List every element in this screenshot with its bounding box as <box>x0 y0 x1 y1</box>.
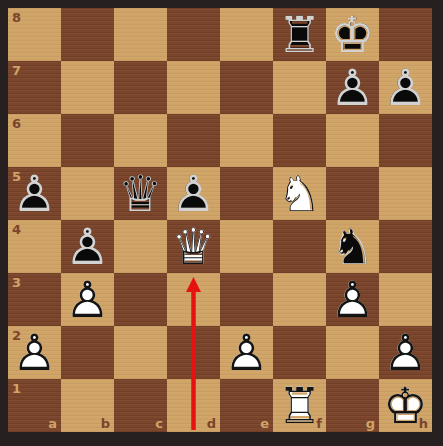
square-c7[interactable] <box>114 61 167 114</box>
rank-label-4: 4 <box>12 223 21 236</box>
square-c1[interactable]: c <box>114 379 167 432</box>
square-h3[interactable] <box>379 273 432 326</box>
square-c8[interactable] <box>114 8 167 61</box>
square-h8[interactable] <box>379 8 432 61</box>
piece-white-pawn[interactable]: ♟♙ <box>61 273 114 326</box>
square-b2[interactable] <box>61 326 114 379</box>
file-label-d: d <box>207 417 216 430</box>
square-f1[interactable]: f♜♖ <box>273 379 326 432</box>
square-g8[interactable]: ♚♔ <box>326 8 379 61</box>
square-e7[interactable] <box>220 61 273 114</box>
square-b3[interactable]: ♟♙ <box>61 273 114 326</box>
square-g1[interactable]: g <box>326 379 379 432</box>
rank-label-8: 8 <box>12 11 21 24</box>
square-a2[interactable]: 2♟♙ <box>8 326 61 379</box>
board-frame: 8♜♖♚♔7♟♙♟♙65♟♙♛♕♟♙♞♘4♟♙♛♕♞♘3♟♙♟♙2♟♙♟♙♟♙1… <box>0 0 443 446</box>
square-e3[interactable] <box>220 273 273 326</box>
file-label-g: g <box>366 417 375 430</box>
piece-white-pawn[interactable]: ♟♙ <box>8 326 61 379</box>
square-f4[interactable] <box>273 220 326 273</box>
square-g2[interactable] <box>326 326 379 379</box>
square-a3[interactable]: 3 <box>8 273 61 326</box>
square-d4[interactable]: ♛♕ <box>167 220 220 273</box>
square-c6[interactable] <box>114 114 167 167</box>
square-c4[interactable] <box>114 220 167 273</box>
file-label-b: b <box>101 417 110 430</box>
square-e2[interactable]: ♟♙ <box>220 326 273 379</box>
square-e6[interactable] <box>220 114 273 167</box>
piece-black-pawn[interactable]: ♟♙ <box>8 167 61 220</box>
square-g5[interactable] <box>326 167 379 220</box>
square-a1[interactable]: 1a <box>8 379 61 432</box>
square-f3[interactable] <box>273 273 326 326</box>
square-a8[interactable]: 8 <box>8 8 61 61</box>
square-f7[interactable] <box>273 61 326 114</box>
piece-black-pawn[interactable]: ♟♙ <box>379 61 432 114</box>
square-g4[interactable]: ♞♘ <box>326 220 379 273</box>
piece-black-pawn[interactable]: ♟♙ <box>167 167 220 220</box>
rank-label-3: 3 <box>12 276 21 289</box>
rank-label-6: 6 <box>12 117 21 130</box>
file-label-a: a <box>48 417 57 430</box>
square-f6[interactable] <box>273 114 326 167</box>
square-b6[interactable] <box>61 114 114 167</box>
piece-white-king[interactable]: ♚♔ <box>379 379 432 432</box>
file-label-e: e <box>260 417 269 430</box>
square-h6[interactable] <box>379 114 432 167</box>
square-d7[interactable] <box>167 61 220 114</box>
square-e8[interactable] <box>220 8 273 61</box>
square-b7[interactable] <box>61 61 114 114</box>
square-a5[interactable]: 5♟♙ <box>8 167 61 220</box>
square-f2[interactable] <box>273 326 326 379</box>
square-h7[interactable]: ♟♙ <box>379 61 432 114</box>
square-a4[interactable]: 4 <box>8 220 61 273</box>
piece-white-rook[interactable]: ♜♖ <box>273 379 326 432</box>
piece-black-pawn[interactable]: ♟♙ <box>326 61 379 114</box>
square-b1[interactable]: b <box>61 379 114 432</box>
square-f5[interactable]: ♞♘ <box>273 167 326 220</box>
piece-black-queen[interactable]: ♛♕ <box>114 167 167 220</box>
square-h5[interactable] <box>379 167 432 220</box>
square-c5[interactable]: ♛♕ <box>114 167 167 220</box>
piece-white-queen[interactable]: ♛♕ <box>167 220 220 273</box>
square-a7[interactable]: 7 <box>8 61 61 114</box>
square-a6[interactable]: 6 <box>8 114 61 167</box>
piece-black-king[interactable]: ♚♔ <box>326 8 379 61</box>
file-label-c: c <box>155 417 163 430</box>
square-e1[interactable]: e <box>220 379 273 432</box>
square-d5[interactable]: ♟♙ <box>167 167 220 220</box>
square-e5[interactable] <box>220 167 273 220</box>
rank-label-7: 7 <box>12 64 21 77</box>
chess-board: 8♜♖♚♔7♟♙♟♙65♟♙♛♕♟♙♞♘4♟♙♛♕♞♘3♟♙♟♙2♟♙♟♙♟♙1… <box>8 8 432 432</box>
square-f8[interactable]: ♜♖ <box>273 8 326 61</box>
square-b5[interactable] <box>61 167 114 220</box>
square-d6[interactable] <box>167 114 220 167</box>
square-g6[interactable] <box>326 114 379 167</box>
square-h2[interactable]: ♟♙ <box>379 326 432 379</box>
square-h4[interactable] <box>379 220 432 273</box>
square-c3[interactable] <box>114 273 167 326</box>
square-d2[interactable] <box>167 326 220 379</box>
piece-white-pawn[interactable]: ♟♙ <box>220 326 273 379</box>
square-b8[interactable] <box>61 8 114 61</box>
square-g7[interactable]: ♟♙ <box>326 61 379 114</box>
square-b4[interactable]: ♟♙ <box>61 220 114 273</box>
square-h1[interactable]: h♚♔ <box>379 379 432 432</box>
piece-black-rook[interactable]: ♜♖ <box>273 8 326 61</box>
square-d1[interactable]: d <box>167 379 220 432</box>
piece-white-knight[interactable]: ♞♘ <box>273 167 326 220</box>
rank-label-1: 1 <box>12 382 21 395</box>
square-d8[interactable] <box>167 8 220 61</box>
square-d3[interactable] <box>167 273 220 326</box>
piece-white-pawn[interactable]: ♟♙ <box>326 273 379 326</box>
square-e4[interactable] <box>220 220 273 273</box>
piece-black-pawn[interactable]: ♟♙ <box>61 220 114 273</box>
square-c2[interactable] <box>114 326 167 379</box>
piece-white-pawn[interactable]: ♟♙ <box>379 326 432 379</box>
piece-black-knight[interactable]: ♞♘ <box>326 220 379 273</box>
square-g3[interactable]: ♟♙ <box>326 273 379 326</box>
